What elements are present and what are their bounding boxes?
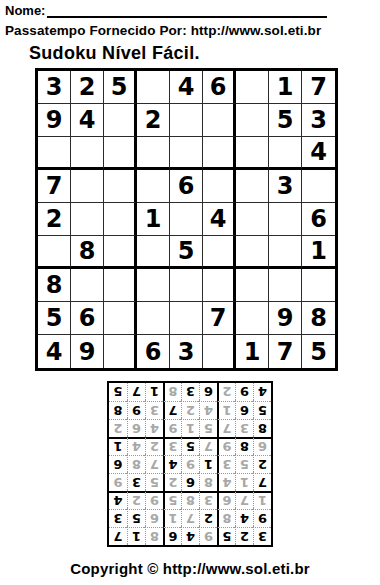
solution-cell-r2c3: 8 <box>217 509 235 527</box>
solution-cell-r3c4: 3 <box>199 491 217 509</box>
puzzle-cell-r8c7[interactable] <box>236 302 269 335</box>
solution-cell-r3c3: 6 <box>217 491 235 509</box>
solution-cell-r7c3: 7 <box>217 419 235 437</box>
puzzle-cell-r3c9: 4 <box>302 137 335 170</box>
solution-cell-r6c7: 2 <box>145 437 163 455</box>
puzzle-cell-r1c2: 2 <box>71 71 104 104</box>
copyright-text: Copyright © http://www.sol.eti.br <box>0 560 380 577</box>
solution-cell-r5c5: 9 <box>181 455 199 473</box>
puzzle-cell-r3c1[interactable] <box>38 137 71 170</box>
puzzle-cell-r2c3[interactable] <box>104 104 137 137</box>
puzzle-cell-r2c4: 2 <box>137 104 170 137</box>
puzzle-cell-r4c1: 7 <box>38 170 71 203</box>
puzzle-cell-r6c2: 8 <box>71 236 104 269</box>
solution-cell-r1c5: 4 <box>181 527 199 545</box>
puzzle-cell-r1c9: 7 <box>302 71 335 104</box>
solution-cell-r5c9: 6 <box>109 455 127 473</box>
solution-cell-r3c2: 7 <box>235 491 253 509</box>
solution-cell-r6c1: 6 <box>253 437 271 455</box>
puzzle-cell-r2c8: 5 <box>269 104 302 137</box>
puzzle-cell-r9c7: 1 <box>236 335 269 368</box>
solution-cell-r8c1: 5 <box>253 401 271 419</box>
puzzle-cell-r7c1: 8 <box>38 269 71 302</box>
puzzle-cell-r9c6[interactable] <box>203 335 236 368</box>
puzzle-cell-r4c6[interactable] <box>203 170 236 203</box>
solution-cell-r4c7: 5 <box>145 473 163 491</box>
solution-cell-r3c6: 5 <box>163 491 181 509</box>
puzzle-cell-r5c2[interactable] <box>71 203 104 236</box>
puzzle-cell-r9c8: 7 <box>269 335 302 368</box>
solution-cell-r2c1: 9 <box>253 509 271 527</box>
puzzle-cell-r6c6[interactable] <box>203 236 236 269</box>
puzzle-cell-r6c7[interactable] <box>236 236 269 269</box>
puzzle-cell-r3c4[interactable] <box>137 137 170 170</box>
name-row: Nome: <box>5 3 375 18</box>
puzzle-cell-r9c1: 4 <box>38 335 71 368</box>
puzzle-cell-r4c7[interactable] <box>236 170 269 203</box>
puzzle-cell-r8c9: 8 <box>302 302 335 335</box>
solution-cell-r5c4: 1 <box>199 455 217 473</box>
solution-cell-r5c8: 8 <box>127 455 145 473</box>
solution-cell-r9c5: 3 <box>181 383 199 401</box>
solution-cell-r7c7: 4 <box>145 419 163 437</box>
puzzle-cell-r6c1[interactable] <box>38 236 71 269</box>
solution-cell-r1c8: 1 <box>127 527 145 545</box>
solution-cell-r4c3: 4 <box>217 473 235 491</box>
solution-cell-r5c3: 3 <box>217 455 235 473</box>
solution-cell-r6c4: 7 <box>199 437 217 455</box>
solution-cell-r7c1: 8 <box>253 419 271 437</box>
puzzle-cell-r3c8[interactable] <box>269 137 302 170</box>
puzzle-cell-r1c5: 4 <box>170 71 203 104</box>
puzzle-cell-r3c2[interactable] <box>71 137 104 170</box>
solution-cell-r7c4: 5 <box>199 419 217 437</box>
solution-cell-r5c1: 2 <box>253 455 271 473</box>
puzzle-cell-r8c6: 7 <box>203 302 236 335</box>
solution-cell-r4c4: 8 <box>199 473 217 491</box>
solution-cell-r1c6: 6 <box>163 527 181 545</box>
solution-cell-r9c8: 7 <box>127 383 145 401</box>
solution-cell-r1c2: 2 <box>235 527 253 545</box>
solution-cell-r8c8: 9 <box>127 401 145 419</box>
provided-by-text: Passatempo Fornecido Por: http://www.sol… <box>5 23 375 38</box>
solution-cell-r3c7: 9 <box>145 491 163 509</box>
puzzle-cell-r1c1: 3 <box>38 71 71 104</box>
solution-cell-r3c9: 4 <box>109 491 127 509</box>
solution-cell-r8c7: 3 <box>145 401 163 419</box>
solution-cell-r4c2: 1 <box>235 473 253 491</box>
puzzle-cell-r9c4: 6 <box>137 335 170 368</box>
solution-cell-r3c1: 1 <box>253 491 271 509</box>
puzzle-cell-r9c2: 9 <box>71 335 104 368</box>
solution-cell-r1c3: 5 <box>217 527 235 545</box>
header: Nome: Passatempo Fornecido Por: http://w… <box>0 0 380 64</box>
puzzle-cell-r2c2: 4 <box>71 104 104 137</box>
solution-cell-r3c5: 8 <box>181 491 199 509</box>
solution-cell-r6c5: 5 <box>181 437 199 455</box>
puzzle-cell-r3c7[interactable] <box>236 137 269 170</box>
solution-cell-r1c9: 7 <box>109 527 127 545</box>
puzzle-cell-r5c6: 4 <box>203 203 236 236</box>
solution-cell-r9c7: 1 <box>145 383 163 401</box>
puzzle-cell-r4c2[interactable] <box>71 170 104 203</box>
solution-cell-r8c9: 8 <box>109 401 127 419</box>
puzzle-cell-r6c5: 5 <box>170 236 203 269</box>
puzzle-cell-r9c3[interactable] <box>104 335 137 368</box>
puzzle-cell-r9c5: 3 <box>170 335 203 368</box>
solution-cell-r4c8: 3 <box>127 473 145 491</box>
solution-grid-rotated-180: 3259468179482716531763859247148625392531… <box>107 381 273 547</box>
puzzle-cell-r4c5: 6 <box>170 170 203 203</box>
puzzle-cell-r8c5[interactable] <box>170 302 203 335</box>
solution-cell-r1c1: 3 <box>253 527 271 545</box>
solution-cell-r9c3: 2 <box>217 383 235 401</box>
solution-cell-r9c9: 5 <box>109 383 127 401</box>
solution-cell-r3c8: 2 <box>127 491 145 509</box>
page-title: Sudoku Nível Fácil. <box>29 43 375 64</box>
puzzle-cell-r5c1: 2 <box>38 203 71 236</box>
puzzle-cell-r8c1: 5 <box>38 302 71 335</box>
solution-cell-r9c6: 8 <box>163 383 181 401</box>
puzzle-cell-r4c4[interactable] <box>137 170 170 203</box>
puzzle-cell-r5c4: 1 <box>137 203 170 236</box>
solution-cell-r7c8: 6 <box>127 419 145 437</box>
puzzle-cell-r1c7[interactable] <box>236 71 269 104</box>
puzzle-cell-r5c9: 6 <box>302 203 335 236</box>
solution-cell-r5c6: 4 <box>163 455 181 473</box>
solution-cell-r4c5: 6 <box>181 473 199 491</box>
puzzle-cell-r7c3[interactable] <box>104 269 137 302</box>
solution-cell-r4c9: 9 <box>109 473 127 491</box>
puzzle-cell-r5c3[interactable] <box>104 203 137 236</box>
solution-cell-r7c9: 2 <box>109 419 127 437</box>
name-blank-line <box>47 3 327 18</box>
puzzle-cell-r8c3[interactable] <box>104 302 137 335</box>
solution-cell-r4c6: 2 <box>163 473 181 491</box>
puzzle-cell-r3c3[interactable] <box>104 137 137 170</box>
puzzle-cell-r1c3: 5 <box>104 71 137 104</box>
puzzle-cell-r5c5[interactable] <box>170 203 203 236</box>
puzzle-cell-r3c6[interactable] <box>203 137 236 170</box>
puzzle-cell-r3c5[interactable] <box>170 137 203 170</box>
puzzle-cell-r2c9: 3 <box>302 104 335 137</box>
solution-cell-r5c7: 7 <box>145 455 163 473</box>
puzzle-cell-r7c4[interactable] <box>137 269 170 302</box>
solution-cell-r5c2: 5 <box>235 455 253 473</box>
puzzle-cell-r1c4[interactable] <box>137 71 170 104</box>
puzzle-cell-r6c3[interactable] <box>104 236 137 269</box>
solution-cell-r7c2: 3 <box>235 419 253 437</box>
solution-cell-r9c1: 4 <box>253 383 271 401</box>
puzzle-cell-r6c4[interactable] <box>137 236 170 269</box>
solution-cell-r2c4: 2 <box>199 509 217 527</box>
solution-cell-r8c6: 7 <box>163 401 181 419</box>
solution-cell-r8c3: 1 <box>217 401 235 419</box>
puzzle-cell-r5c8[interactable] <box>269 203 302 236</box>
solution-cell-r6c2: 8 <box>235 437 253 455</box>
puzzle-cell-r2c6[interactable] <box>203 104 236 137</box>
puzzle-cell-r4c8: 3 <box>269 170 302 203</box>
puzzle-cell-r7c7[interactable] <box>236 269 269 302</box>
solution-cell-r1c7: 8 <box>145 527 163 545</box>
puzzle-cell-r1c8: 1 <box>269 71 302 104</box>
page: { "game": "sudoku", "position": { "puzzl… <box>0 0 380 585</box>
puzzle-cell-r1c6: 6 <box>203 71 236 104</box>
puzzle-cell-r2c7[interactable] <box>236 104 269 137</box>
solution-cell-r7c6: 9 <box>163 419 181 437</box>
puzzle-cell-r6c9: 1 <box>302 236 335 269</box>
puzzle-cell-r6c8[interactable] <box>269 236 302 269</box>
solution-cell-r9c4: 6 <box>199 383 217 401</box>
puzzle-cell-r8c8: 9 <box>269 302 302 335</box>
solution-cell-r9c2: 9 <box>235 383 253 401</box>
puzzle-cell-r7c9[interactable] <box>302 269 335 302</box>
solution-cell-r7c5: 1 <box>181 419 199 437</box>
puzzle-cell-r8c2: 6 <box>71 302 104 335</box>
solution-cell-r6c3: 9 <box>217 437 235 455</box>
solution-cell-r2c6: 1 <box>163 509 181 527</box>
solution-cell-r2c2: 4 <box>235 509 253 527</box>
solution-cell-r1c4: 9 <box>199 527 217 545</box>
solution-cell-r6c8: 4 <box>127 437 145 455</box>
puzzle-grid: 325461794253476321468518567984963175 <box>35 68 338 371</box>
puzzle-cell-r5c7[interactable] <box>236 203 269 236</box>
solution-cell-r8c5: 2 <box>181 401 199 419</box>
puzzle-cell-r2c5[interactable] <box>170 104 203 137</box>
puzzle-cell-r7c5[interactable] <box>170 269 203 302</box>
puzzle-cell-r7c2[interactable] <box>71 269 104 302</box>
solution-cell-r4c1: 7 <box>253 473 271 491</box>
solution-cell-r8c4: 4 <box>199 401 217 419</box>
name-label: Nome: <box>5 3 45 18</box>
solution-cell-r2c5: 7 <box>181 509 199 527</box>
puzzle-cell-r8c4[interactable] <box>137 302 170 335</box>
solution-cell-r2c8: 5 <box>127 509 145 527</box>
puzzle-cell-r7c6[interactable] <box>203 269 236 302</box>
puzzle-cell-r7c8[interactable] <box>269 269 302 302</box>
solution-cell-r8c2: 6 <box>235 401 253 419</box>
puzzle-cell-r4c3[interactable] <box>104 170 137 203</box>
puzzle-cell-r2c1: 9 <box>38 104 71 137</box>
puzzle-cell-r9c9: 5 <box>302 335 335 368</box>
puzzle-cell-r4c9[interactable] <box>302 170 335 203</box>
solution-cell-r2c7: 6 <box>145 509 163 527</box>
solution-cell-r6c6: 3 <box>163 437 181 455</box>
solution-cell-r6c9: 1 <box>109 437 127 455</box>
solution-cell-r2c9: 3 <box>109 509 127 527</box>
